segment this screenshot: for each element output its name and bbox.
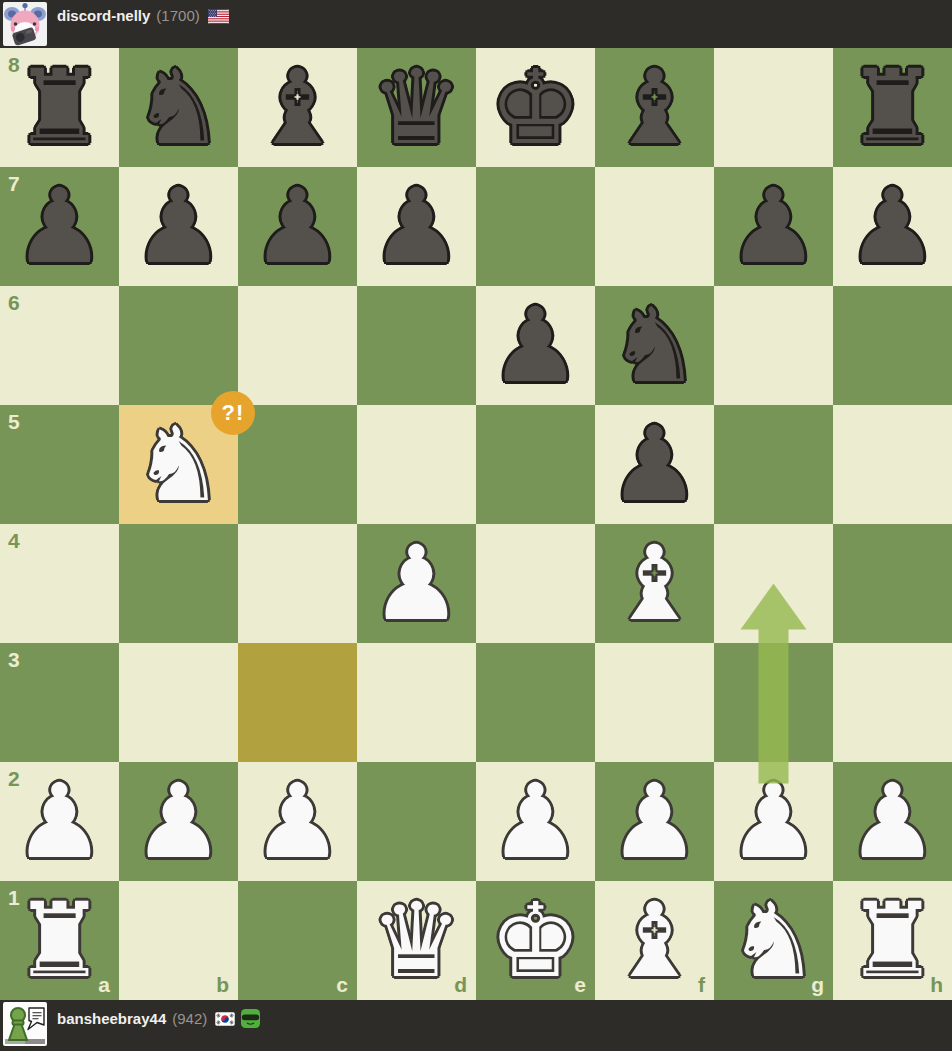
square-h4[interactable] [833, 524, 952, 643]
black-queen-d8[interactable]: ♛ [357, 48, 476, 167]
white-pawn-f2[interactable]: ♟ [595, 762, 714, 881]
white-bishop-f1[interactable]: ♝ [595, 881, 714, 1000]
square-c6[interactable] [238, 286, 357, 405]
chess-board: ♜8♞♝♛♚♝♜♟7♟♟♟♟♟6♟♞5♞♟4♟♝3♟2♟♟♟♟♟♟♜1abc♛d… [0, 48, 952, 1000]
square-c1[interactable]: c [238, 881, 357, 1000]
square-f5[interactable]: ♟ [595, 405, 714, 524]
black-knight-f6[interactable]: ♞ [595, 286, 714, 405]
square-c5[interactable] [238, 405, 357, 524]
square-d6[interactable] [357, 286, 476, 405]
square-a5[interactable]: 5 [0, 405, 119, 524]
black-rook-h8[interactable]: ♜ [833, 48, 952, 167]
white-pawn-c2[interactable]: ♟ [238, 762, 357, 881]
black-pawn-f5[interactable]: ♟ [595, 405, 714, 524]
square-d1[interactable]: ♛d [357, 881, 476, 1000]
white-pawn-h2[interactable]: ♟ [833, 762, 952, 881]
coord-file-d: d [454, 974, 467, 995]
square-b2[interactable]: ♟ [119, 762, 238, 881]
square-e1[interactable]: ♚e [476, 881, 595, 1000]
top-player-bar: discord-nelly (1700) [0, 0, 952, 48]
square-h3[interactable] [833, 643, 952, 762]
black-king-e8[interactable]: ♚ [476, 48, 595, 167]
coord-file-a: a [98, 974, 110, 995]
square-b8[interactable]: ♞ [119, 48, 238, 167]
square-f7[interactable] [595, 167, 714, 286]
square-e7[interactable] [476, 167, 595, 286]
white-pawn-e2[interactable]: ♟ [476, 762, 595, 881]
square-h6[interactable] [833, 286, 952, 405]
square-d8[interactable]: ♛ [357, 48, 476, 167]
black-bishop-f8[interactable]: ♝ [595, 48, 714, 167]
black-pawn-c7[interactable]: ♟ [238, 167, 357, 286]
square-f4[interactable]: ♝ [595, 524, 714, 643]
us-flag-icon [208, 9, 229, 24]
square-h8[interactable]: ♜ [833, 48, 952, 167]
white-bishop-f4[interactable]: ♝ [595, 524, 714, 643]
square-c4[interactable] [238, 524, 357, 643]
square-f6[interactable]: ♞ [595, 286, 714, 405]
square-a3[interactable]: 3 [0, 643, 119, 762]
square-h1[interactable]: ♜h [833, 881, 952, 1000]
black-bishop-c8[interactable]: ♝ [238, 48, 357, 167]
square-f2[interactable]: ♟ [595, 762, 714, 881]
square-a4[interactable]: 4 [0, 524, 119, 643]
coord-rank-7: 7 [8, 173, 20, 194]
square-f8[interactable]: ♝ [595, 48, 714, 167]
square-g6[interactable] [714, 286, 833, 405]
square-d4[interactable]: ♟ [357, 524, 476, 643]
coord-file-e: e [574, 974, 586, 995]
game-window: discord-nelly (1700) [0, 0, 952, 1051]
coord-rank-2: 2 [8, 768, 20, 789]
square-g8[interactable] [714, 48, 833, 167]
square-h5[interactable] [833, 405, 952, 524]
coord-rank-6: 6 [8, 292, 20, 313]
black-pawn-b7[interactable]: ♟ [119, 167, 238, 286]
coord-file-g: g [811, 974, 824, 995]
bottom-player-bar: bansheebray44 (942) [0, 1000, 952, 1051]
coord-rank-5: 5 [8, 411, 20, 432]
square-e5[interactable] [476, 405, 595, 524]
square-g7[interactable]: ♟ [714, 167, 833, 286]
square-g3[interactable] [714, 643, 833, 762]
black-pawn-g7[interactable]: ♟ [714, 167, 833, 286]
square-b3[interactable] [119, 643, 238, 762]
black-pawn-e6[interactable]: ♟ [476, 286, 595, 405]
square-d5[interactable] [357, 405, 476, 524]
square-c3[interactable] [238, 643, 357, 762]
square-a8[interactable]: ♜8 [0, 48, 119, 167]
board-area: ♜8♞♝♛♚♝♜♟7♟♟♟♟♟6♟♞5♞♟4♟♝3♟2♟♟♟♟♟♟♜1abc♛d… [0, 48, 952, 1000]
square-g5[interactable] [714, 405, 833, 524]
square-e3[interactable] [476, 643, 595, 762]
top-player-rating: (1700) [156, 7, 199, 25]
kr-flag-icon [215, 1012, 235, 1026]
coord-file-b: b [216, 974, 229, 995]
square-h2[interactable]: ♟ [833, 762, 952, 881]
square-a2[interactable]: ♟2 [0, 762, 119, 881]
square-e6[interactable]: ♟ [476, 286, 595, 405]
square-b5[interactable]: ♞ [119, 405, 238, 524]
square-g1[interactable]: ♞g [714, 881, 833, 1000]
square-b1[interactable]: b [119, 881, 238, 1000]
white-pawn-b2[interactable]: ♟ [119, 762, 238, 881]
square-d7[interactable]: ♟ [357, 167, 476, 286]
bottom-player-rating: (942) [172, 1010, 207, 1028]
square-a6[interactable]: 6 [0, 286, 119, 405]
square-a7[interactable]: ♟7 [0, 167, 119, 286]
square-c8[interactable]: ♝ [238, 48, 357, 167]
pink-character-avatar-image [3, 2, 47, 46]
square-c7[interactable]: ♟ [238, 167, 357, 286]
bottom-player-avatar[interactable] [3, 1002, 47, 1046]
white-pawn-d4[interactable]: ♟ [357, 524, 476, 643]
coord-file-c: c [336, 974, 348, 995]
black-pawn-h7[interactable]: ♟ [833, 167, 952, 286]
bottom-player-info: bansheebray44 (942) [57, 1009, 260, 1028]
square-f1[interactable]: ♝f [595, 881, 714, 1000]
square-d2[interactable] [357, 762, 476, 881]
square-e8[interactable]: ♚ [476, 48, 595, 167]
coord-rank-1: 1 [8, 887, 20, 908]
square-d3[interactable] [357, 643, 476, 762]
white-knight-b5[interactable]: ♞ [119, 405, 238, 524]
coord-rank-4: 4 [8, 530, 20, 551]
bottom-player-username[interactable]: bansheebray44 [57, 1010, 166, 1028]
square-c2[interactable]: ♟ [238, 762, 357, 881]
coord-rank-8: 8 [8, 54, 20, 75]
square-b4[interactable] [119, 524, 238, 643]
coord-file-h: h [930, 974, 943, 995]
square-g2[interactable]: ♟ [714, 762, 833, 881]
green-sunglasses-emoji-icon [241, 1009, 260, 1028]
coord-file-f: f [698, 974, 705, 995]
black-pawn-d7[interactable]: ♟ [357, 167, 476, 286]
top-player-info: discord-nelly (1700) [57, 7, 229, 25]
coord-rank-3: 3 [8, 649, 20, 670]
white-pawn-g2[interactable]: ♟ [714, 762, 833, 881]
square-g4[interactable] [714, 524, 833, 643]
top-player-avatar[interactable] [3, 2, 47, 46]
square-b6[interactable] [119, 286, 238, 405]
square-f3[interactable] [595, 643, 714, 762]
square-a1[interactable]: ♜1a [0, 881, 119, 1000]
square-b7[interactable]: ♟ [119, 167, 238, 286]
square-e4[interactable] [476, 524, 595, 643]
square-e2[interactable]: ♟ [476, 762, 595, 881]
top-player-username[interactable]: discord-nelly [57, 7, 150, 25]
black-knight-b8[interactable]: ♞ [119, 48, 238, 167]
green-pawn-avatar-image [3, 1002, 47, 1046]
square-h7[interactable]: ♟ [833, 167, 952, 286]
